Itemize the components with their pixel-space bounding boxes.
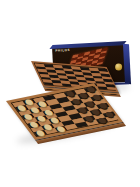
box-brand-text: PHILOS (55, 49, 70, 53)
checker-piece-dark: ● (78, 109, 86, 111)
checker-piece-dark: ● (85, 117, 93, 119)
checker-piece-dark: ● (93, 97, 101, 99)
checker-piece-dark: ● (86, 103, 94, 105)
product-photo: PHILOS ●●●●●●●●●●●●●●●●●●●●●●●● (0, 0, 140, 187)
checker-piece-light: ● (38, 103, 46, 105)
box-blue-side-face (123, 44, 131, 84)
checker-piece-dark: ● (79, 94, 87, 96)
checker-piece-dark: ● (99, 105, 107, 107)
checker-piece-light: ● (37, 117, 45, 119)
checker-piece-dark: ● (72, 101, 80, 103)
checker-piece-dark: ● (87, 88, 95, 90)
checker-piece-light: ● (36, 132, 44, 134)
gold-badge (115, 63, 122, 70)
checker-piece-dark: ● (98, 119, 106, 121)
board-square (107, 87, 117, 90)
checker-piece-light: ● (30, 124, 38, 126)
checker-piece-dark: ● (92, 111, 100, 113)
checker-piece-light: ● (43, 126, 51, 128)
checker-piece-light: ● (24, 115, 32, 117)
checker-piece-light: ● (18, 107, 26, 109)
checker-piece-light: ● (51, 119, 59, 121)
checker-piece-light: ● (25, 101, 33, 103)
checker-piece-dark: ● (105, 113, 113, 115)
checker-piece-light: ● (31, 109, 39, 111)
board-square (97, 61, 104, 65)
checker-piece-light: ● (44, 111, 52, 113)
checker-piece-dark: ● (66, 92, 74, 94)
checker-piece-light: ● (57, 128, 65, 130)
